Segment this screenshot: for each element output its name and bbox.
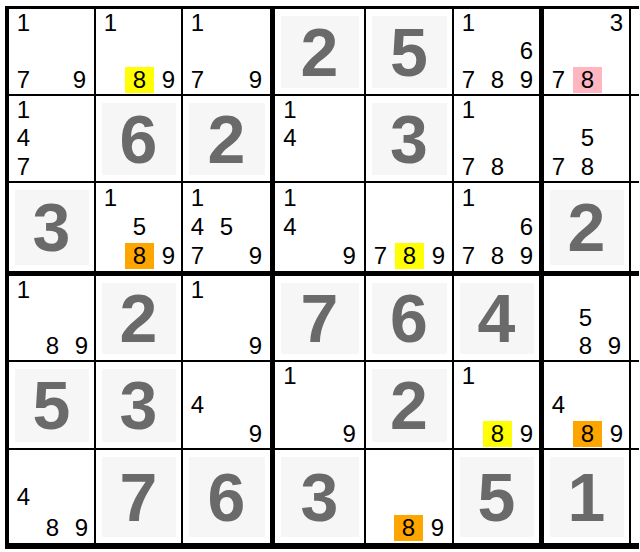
cell-r2c6[interactable]: 178 [454,96,539,181]
cell-r2c5[interactable]: 3 [366,96,452,181]
solved-cell-background: 3 [281,457,359,537]
cell-r5c4[interactable]: 19 [275,362,364,448]
candidate-9: 9 [241,67,270,93]
candidate-8: 8 [573,154,602,180]
candidate-4: 4 [183,392,212,418]
candidate-5: 5 [125,214,154,240]
candidate-9: 9 [241,333,270,359]
cell-r4c6[interactable]: 4 [454,276,539,360]
cell-r5c1[interactable]: 5 [9,362,94,448]
candidate-mark-1: 1 [454,96,483,124]
solved-digit: 2 [208,105,246,173]
candidate-mark-9: 9 [512,66,539,94]
candidate-1: 1 [454,185,483,211]
solved-digit: 3 [301,463,339,531]
cell-r1c1[interactable]: 179 [9,9,94,94]
candidate-7: 7 [9,154,38,180]
cell-r1c8-partial [631,9,639,94]
candidate-1: 1 [454,97,483,123]
candidate-9: 9 [65,67,94,93]
candidate-1: 1 [275,185,304,211]
candidate-mark-9: 9 [423,512,452,543]
cell-r6c7[interactable]: 1 [544,450,629,543]
candidate-mark-4: 4 [9,124,38,152]
candidate-mark-5: 5 [212,212,241,241]
candidate-9: 9 [154,243,181,269]
solved-digit: 5 [478,463,516,531]
candidate-mark-8: 8 [571,332,600,360]
candidate-mark-8: 8 [483,242,512,271]
cell-r4c4[interactable]: 7 [275,276,364,360]
solved-cell-background: 7 [102,457,176,537]
cell-r4c5[interactable]: 6 [366,276,452,360]
candidate-mark-4: 4 [183,212,212,241]
candidate-mark-9: 9 [241,332,270,360]
candidate-5: 5 [571,305,600,331]
candidate-mark-7: 7 [544,153,573,181]
candidate-mark-9: 9 [241,419,270,448]
candidate-mark-5: 5 [125,212,154,241]
solved-cell-background: 6 [102,103,176,175]
cell-r1c2[interactable]: 189 [96,9,181,94]
candidate-mark-9: 9 [154,242,181,271]
candidate-4: 4 [9,125,38,151]
candidate-4: 4 [275,125,304,151]
solved-cell-background: 3 [372,103,447,175]
candidate-mark-8: 8 [483,66,512,94]
cell-r3c1[interactable]: 3 [9,183,94,271]
candidate-mark-4: 4 [183,391,212,420]
candidate-mark-9: 9 [65,66,94,94]
candidate-8: 8 [571,333,600,359]
candidate-mark-9: 9 [602,419,629,448]
cell-r5c7[interactable]: 489 [544,362,629,448]
candidate-1: 1 [183,277,212,303]
candidate-mark-4: 4 [544,391,573,420]
solved-digit: 3 [33,193,71,261]
candidate-5: 5 [573,125,602,151]
candidate-mark-8: 8 [573,66,602,94]
candidate-8-highlight-yellow: 8 [395,243,424,269]
cell-r6c8-partial [631,450,639,543]
candidate-1: 1 [9,10,38,36]
candidate-9: 9 [602,421,629,447]
cell-r6c5[interactable]: 89 [366,450,452,543]
candidate-mark-9: 9 [512,242,539,271]
cell-r1c5[interactable]: 5 [366,9,452,94]
candidate-mark-8: 8 [483,153,512,181]
candidate-mark-9: 9 [512,419,539,448]
candidate-8-highlight-orange: 8 [573,421,602,447]
candidate-1: 1 [454,363,483,389]
candidate-mark-8: 8 [394,512,423,543]
candidate-mark-7: 7 [9,153,38,181]
candidate-9: 9 [512,67,539,93]
candidate-mark-7: 7 [9,66,38,94]
candidate-mark-8: 8 [573,153,602,181]
candidate-4: 4 [275,214,304,240]
solved-digit: 2 [301,18,339,86]
candidate-mark-8: 8 [573,419,602,448]
solved-cell-background: 4 [460,283,534,354]
cell-r4c7[interactable]: 589 [544,276,629,360]
solved-digit: 5 [33,371,71,439]
candidate-8: 8 [483,154,512,180]
candidate-mark-9: 9 [67,512,94,543]
candidate-6: 6 [512,214,539,240]
candidate-mark-9: 9 [241,242,270,271]
candidate-mark-6: 6 [512,37,539,65]
candidate-mark-1: 1 [454,362,483,391]
solved-cell-background: 3 [15,190,89,265]
candidate-8: 8 [483,243,512,269]
solved-digit: 2 [390,371,428,439]
solved-cell-background: 5 [460,457,534,537]
candidate-mark-9: 9 [334,242,364,271]
cell-r6c2[interactable]: 7 [96,450,181,543]
cell-r5c3[interactable]: 49 [183,362,270,448]
candidate-9: 9 [424,243,452,269]
candidate-mark-1: 1 [275,183,305,212]
candidate-mark-1: 1 [96,183,125,212]
solved-cell-background: 6 [189,457,265,537]
candidate-1: 1 [9,277,38,303]
candidate-9: 9 [335,421,364,447]
candidate-mark-8: 8 [125,242,154,271]
candidate-4: 4 [9,484,38,510]
candidate-mark-4: 4 [275,124,305,152]
candidate-4: 4 [544,392,573,418]
candidate-3: 3 [602,10,629,36]
candidate-mark-8: 8 [483,419,512,448]
candidate-7: 7 [544,67,573,93]
candidate-mark-9: 9 [424,242,452,271]
cell-r2c1[interactable]: 147 [9,96,94,181]
candidate-8: 8 [38,333,67,359]
cell-r6c4[interactable]: 3 [275,450,364,543]
candidate-9: 9 [335,243,364,269]
candidate-8-highlight-orange: 8 [125,243,154,269]
candidate-mark-7: 7 [183,66,212,94]
cell-r1c7[interactable]: 378 [544,9,629,94]
candidate-7: 7 [544,154,573,180]
candidate-1: 1 [275,363,304,389]
solved-cell-background: 2 [189,103,265,175]
candidate-4: 4 [183,214,212,240]
candidate-mark-9: 9 [334,419,364,448]
candidate-1: 1 [96,10,125,36]
candidate-mark-7: 7 [454,66,483,94]
cell-r3c6[interactable]: 16789 [454,183,539,271]
candidate-9: 9 [154,67,181,93]
solved-cell-background: 2 [102,283,176,354]
candidate-9: 9 [67,333,94,359]
solved-cell-background: 5 [15,369,89,442]
candidate-mark-7: 7 [366,242,395,271]
solved-digit: 3 [120,371,158,439]
solved-cell-background: 7 [281,283,359,354]
cell-r1c6[interactable]: 16789 [454,9,539,94]
cell-r1c3[interactable]: 179 [183,9,270,94]
solved-cell-background: 6 [372,283,447,354]
candidate-8-highlight-pink: 8 [573,67,602,93]
candidate-mark-4: 4 [9,481,38,512]
candidate-mark-1: 1 [454,183,483,212]
candidate-7: 7 [183,67,212,93]
candidate-9: 9 [241,243,270,269]
solved-digit: 5 [390,18,428,86]
cell-r3c8-partial [631,183,639,271]
candidate-8-highlight-yellow: 8 [125,67,154,93]
candidate-7: 7 [366,243,395,269]
candidate-mark-9: 9 [600,332,629,360]
cell-r2c8-partial [631,96,639,181]
candidate-7: 7 [454,154,483,180]
cell-r3c4[interactable]: 149 [275,183,364,271]
solved-digit: 2 [568,193,606,261]
candidate-9: 9 [423,515,452,541]
candidate-6: 6 [512,38,539,64]
candidate-mark-9: 9 [67,332,94,360]
cell-r1c4[interactable]: 2 [275,9,364,94]
cell-r5c6[interactable]: 189 [454,362,539,448]
cell-r2c7[interactable]: 578 [544,96,629,181]
cell-r4c1[interactable]: 189 [9,276,94,360]
candidate-1: 1 [454,10,483,36]
solved-cell-background: 2 [372,369,447,442]
solved-cell-background: 5 [372,16,447,88]
candidate-mark-1: 1 [275,96,305,124]
candidate-mark-7: 7 [183,242,212,271]
solved-digit: 2 [120,284,158,352]
cell-r6c3[interactable]: 6 [183,450,270,543]
candidate-1: 1 [183,10,212,36]
candidate-mark-3: 3 [602,9,629,37]
solved-cell-background: 3 [102,369,176,442]
solved-digit: 3 [390,105,428,173]
candidate-8-highlight-orange: 8 [394,515,423,541]
cell-r6c6[interactable]: 5 [454,450,539,543]
candidate-mark-1: 1 [9,276,38,304]
candidate-mark-6: 6 [512,212,539,241]
solved-digit: 4 [478,284,516,352]
candidate-mark-4: 4 [275,212,305,241]
candidate-mark-7: 7 [544,66,573,94]
solved-cell-background: 1 [550,457,624,537]
candidate-9: 9 [512,243,539,269]
candidate-8-highlight-yellow: 8 [483,421,512,447]
sudoku-grid: 1791891792516789378147621431785783158914… [5,6,639,549]
cell-r3c7[interactable]: 2 [544,183,629,271]
candidate-8: 8 [483,67,512,93]
candidate-mark-1: 1 [183,276,212,304]
candidate-mark-8: 8 [395,242,424,271]
candidate-mark-8: 8 [38,512,67,543]
solved-cell-background: 2 [281,16,359,88]
candidate-mark-1: 1 [275,362,305,391]
candidate-mark-1: 1 [183,9,212,37]
solved-digit: 7 [120,463,158,531]
solved-cell-background: 2 [550,190,624,265]
candidate-mark-1: 1 [183,183,212,212]
candidate-7: 7 [183,243,212,269]
cell-r4c3[interactable]: 19 [183,276,270,360]
candidate-mark-7: 7 [454,242,483,271]
solved-digit: 6 [390,284,428,352]
candidate-mark-9: 9 [241,66,270,94]
candidate-1: 1 [9,97,38,123]
cell-r2c4[interactable]: 14 [275,96,364,181]
cell-r2c2[interactable]: 6 [96,96,181,181]
candidate-mark-1: 1 [9,96,38,124]
candidate-mark-7: 7 [454,153,483,181]
candidate-8: 8 [38,515,67,541]
candidate-9: 9 [512,421,539,447]
candidate-1: 1 [96,185,125,211]
cell-r5c8-partial [631,362,639,448]
solved-digit: 6 [120,105,158,173]
cell-r4c8-partial [631,276,639,360]
candidate-mark-1: 1 [454,9,483,37]
solved-digit: 6 [208,463,246,531]
candidate-5: 5 [212,214,241,240]
candidate-9: 9 [67,515,94,541]
candidate-7: 7 [454,243,483,269]
candidate-1: 1 [275,97,304,123]
cell-r3c2[interactable]: 1589 [96,183,181,271]
candidate-1: 1 [183,185,212,211]
solved-digit: 1 [568,463,606,531]
cell-r4c2[interactable]: 2 [96,276,181,360]
candidate-mark-8: 8 [125,66,154,94]
cell-r2c3[interactable]: 2 [183,96,270,181]
cell-r6c1[interactable]: 489 [9,450,94,543]
candidate-mark-5: 5 [573,124,602,152]
cell-r5c5[interactable]: 2 [366,362,452,448]
solved-digit: 7 [301,284,339,352]
cell-r5c2[interactable]: 3 [96,362,181,448]
sudoku-board: 1791891792516789378147621431785783158914… [5,6,640,549]
cell-r3c3[interactable]: 14579 [183,183,270,271]
cell-r3c5[interactable]: 789 [366,183,452,271]
candidate-mark-1: 1 [96,9,125,37]
candidate-7: 7 [454,67,483,93]
candidate-mark-8: 8 [38,332,67,360]
candidate-9: 9 [600,333,629,359]
candidate-mark-9: 9 [154,66,181,94]
candidate-7: 7 [9,67,38,93]
candidate-9: 9 [241,421,270,447]
candidate-mark-1: 1 [9,9,38,37]
candidate-mark-5: 5 [571,304,600,332]
